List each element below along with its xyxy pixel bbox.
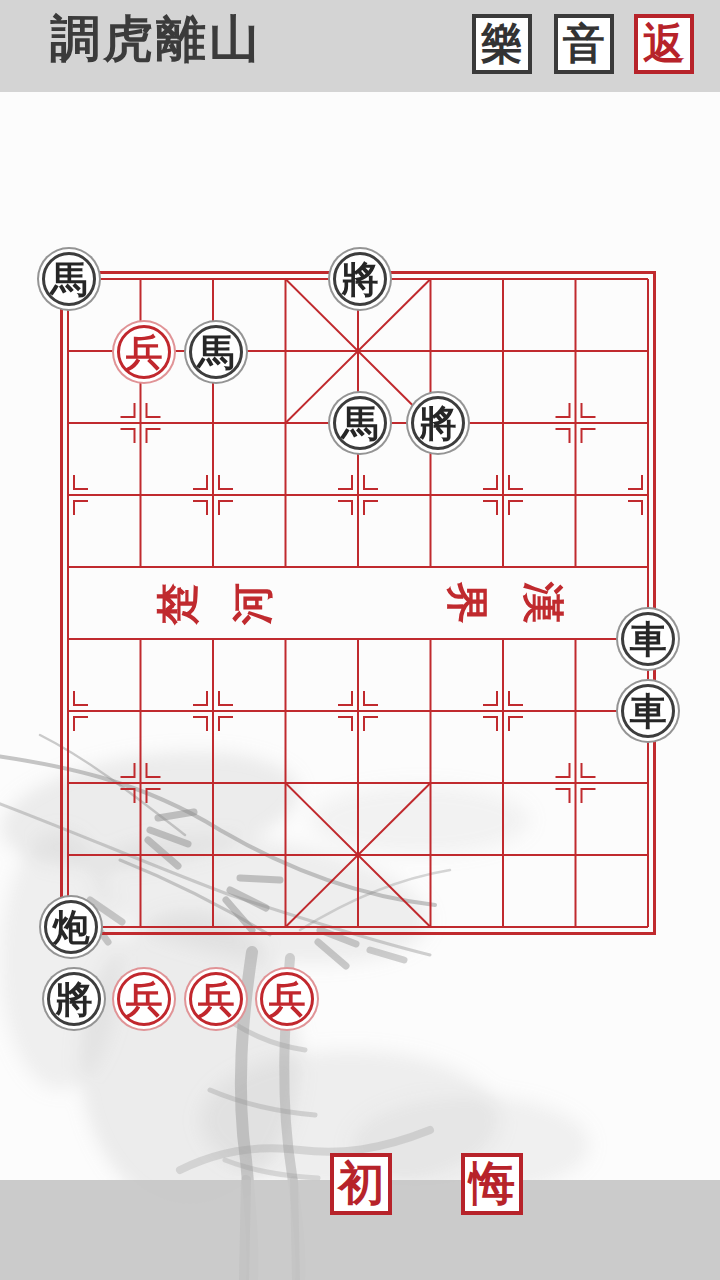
piece-black-horse[interactable]: 馬 xyxy=(184,320,248,384)
river-char: 漢 xyxy=(520,581,566,624)
piece-glyph: 炮 xyxy=(53,909,90,946)
piece-glyph: 車 xyxy=(630,621,667,658)
piece-black-chariot[interactable]: 車 xyxy=(616,607,680,671)
piece-black-general[interactable]: 將 xyxy=(42,967,106,1031)
piece-black-chariot[interactable]: 車 xyxy=(616,679,680,743)
piece-black-horse[interactable]: 馬 xyxy=(37,247,101,311)
sound-button[interactable]: 音 xyxy=(554,14,614,74)
music-button[interactable]: 樂 xyxy=(472,14,532,74)
river-char: 河 xyxy=(230,583,276,626)
piece-black-cannon[interactable]: 炮 xyxy=(39,895,103,959)
piece-glyph: 將 xyxy=(420,405,457,442)
app-screen: 楚河界漢 調虎離山 樂 音 返 馬將兵馬馬將車車炮將兵兵兵 初 悔 xyxy=(0,0,720,1280)
piece-glyph: 馬 xyxy=(342,405,379,442)
piece-glyph: 將 xyxy=(56,981,93,1018)
piece-glyph: 兵 xyxy=(126,334,163,371)
piece-glyph: 兵 xyxy=(126,981,163,1018)
piece-glyph: 馬 xyxy=(51,261,88,298)
piece-glyph: 將 xyxy=(342,261,379,298)
river-char: 界 xyxy=(444,581,490,624)
piece-black-horse[interactable]: 馬 xyxy=(328,391,392,455)
piece-glyph: 兵 xyxy=(198,981,235,1018)
piece-red-soldier[interactable]: 兵 xyxy=(112,967,176,1031)
level-title: 調虎離山 xyxy=(50,14,262,64)
board-scene: 楚河界漢 xyxy=(0,0,720,1280)
piece-glyph: 馬 xyxy=(198,334,235,371)
restart-button[interactable]: 初 xyxy=(330,1153,392,1215)
piece-red-soldier[interactable]: 兵 xyxy=(184,967,248,1031)
piece-glyph: 車 xyxy=(630,693,667,730)
piece-red-soldier[interactable]: 兵 xyxy=(112,320,176,384)
back-button[interactable]: 返 xyxy=(634,14,694,74)
piece-black-general[interactable]: 將 xyxy=(406,391,470,455)
river-inscription: 楚河界漢 xyxy=(155,581,566,626)
piece-glyph: 兵 xyxy=(269,981,306,1018)
piece-black-general[interactable]: 將 xyxy=(328,247,392,311)
undo-button[interactable]: 悔 xyxy=(461,1153,523,1215)
river-char: 楚 xyxy=(155,583,201,626)
piece-red-soldier[interactable]: 兵 xyxy=(255,967,319,1031)
